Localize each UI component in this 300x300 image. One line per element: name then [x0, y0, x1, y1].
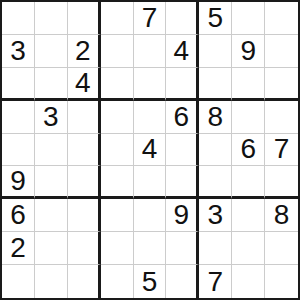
cell-r6c8[interactable]	[232, 166, 265, 199]
cell-r7c3[interactable]	[68, 199, 101, 232]
cell-r8c2[interactable]	[35, 232, 68, 265]
cell-r9c5[interactable]: 5	[134, 265, 167, 298]
cell-r7c7[interactable]: 3	[199, 199, 232, 232]
cell-r3c4[interactable]	[101, 68, 134, 101]
cell-r7c9[interactable]: 8	[265, 199, 298, 232]
cell-r7c4[interactable]	[101, 199, 134, 232]
cell-r3c1[interactable]	[2, 68, 35, 101]
cell-r6c9[interactable]	[265, 166, 298, 199]
cell-r9c3[interactable]	[68, 265, 101, 298]
cell-r6c5[interactable]	[134, 166, 167, 199]
cell-r6c2[interactable]	[35, 166, 68, 199]
cell-r5c2[interactable]	[35, 134, 68, 167]
cell-r5c8[interactable]: 6	[232, 134, 265, 167]
cell-r1c5[interactable]: 7	[134, 2, 167, 35]
cell-r8c5[interactable]	[134, 232, 167, 265]
cell-r5c4[interactable]	[101, 134, 134, 167]
cell-r9c1[interactable]	[2, 265, 35, 298]
cell-r4c4[interactable]	[101, 101, 134, 134]
cell-r2c4[interactable]	[101, 35, 134, 68]
cell-r4c3[interactable]	[68, 101, 101, 134]
cell-r7c1[interactable]: 6	[2, 199, 35, 232]
cell-r5c5[interactable]: 4	[134, 134, 167, 167]
cell-r6c3[interactable]	[68, 166, 101, 199]
cell-r1c2[interactable]	[35, 2, 68, 35]
cell-r3c3[interactable]: 4	[68, 68, 101, 101]
cell-r8c6[interactable]	[166, 232, 199, 265]
cell-r5c7[interactable]	[199, 134, 232, 167]
cell-r1c3[interactable]	[68, 2, 101, 35]
sudoku-board: 753249436846796938257	[0, 0, 300, 300]
cell-r3c6[interactable]	[166, 68, 199, 101]
cell-r1c4[interactable]	[101, 2, 134, 35]
cell-r9c4[interactable]	[101, 265, 134, 298]
cell-r1c1[interactable]	[2, 2, 35, 35]
cell-r4c8[interactable]	[232, 101, 265, 134]
cell-r8c1[interactable]: 2	[2, 232, 35, 265]
cell-r2c1[interactable]: 3	[2, 35, 35, 68]
cell-r8c8[interactable]	[232, 232, 265, 265]
cell-r4c7[interactable]: 8	[199, 101, 232, 134]
cell-r3c8[interactable]	[232, 68, 265, 101]
cell-r7c2[interactable]	[35, 199, 68, 232]
cell-r9c6[interactable]	[166, 265, 199, 298]
cell-r2c6[interactable]: 4	[166, 35, 199, 68]
cell-r2c2[interactable]	[35, 35, 68, 68]
cell-r7c5[interactable]	[134, 199, 167, 232]
cell-r3c5[interactable]	[134, 68, 167, 101]
cell-r7c6[interactable]: 9	[166, 199, 199, 232]
cell-r9c7[interactable]: 7	[199, 265, 232, 298]
cell-r2c9[interactable]	[265, 35, 298, 68]
cell-r9c2[interactable]	[35, 265, 68, 298]
cell-r3c7[interactable]	[199, 68, 232, 101]
cell-r2c3[interactable]: 2	[68, 35, 101, 68]
cell-r3c9[interactable]	[265, 68, 298, 101]
cell-r5c6[interactable]	[166, 134, 199, 167]
cell-r3c2[interactable]	[35, 68, 68, 101]
cell-r9c9[interactable]	[265, 265, 298, 298]
cell-r6c6[interactable]	[166, 166, 199, 199]
cell-r1c9[interactable]	[265, 2, 298, 35]
cell-r2c8[interactable]: 9	[232, 35, 265, 68]
cell-r8c3[interactable]	[68, 232, 101, 265]
cell-r8c4[interactable]	[101, 232, 134, 265]
cell-r4c5[interactable]	[134, 101, 167, 134]
cell-r6c4[interactable]	[101, 166, 134, 199]
cell-r4c9[interactable]	[265, 101, 298, 134]
cell-r8c7[interactable]	[199, 232, 232, 265]
cell-r6c1[interactable]: 9	[2, 166, 35, 199]
cell-r8c9[interactable]	[265, 232, 298, 265]
cell-r5c3[interactable]	[68, 134, 101, 167]
cell-r2c5[interactable]	[134, 35, 167, 68]
cell-r4c6[interactable]: 6	[166, 101, 199, 134]
cell-r4c1[interactable]	[2, 101, 35, 134]
cell-r1c8[interactable]	[232, 2, 265, 35]
cell-r1c6[interactable]	[166, 2, 199, 35]
cell-r7c8[interactable]	[232, 199, 265, 232]
cell-r2c7[interactable]	[199, 35, 232, 68]
cell-r6c7[interactable]	[199, 166, 232, 199]
cell-r5c9[interactable]: 7	[265, 134, 298, 167]
cell-r4c2[interactable]: 3	[35, 101, 68, 134]
cell-r1c7[interactable]: 5	[199, 2, 232, 35]
cell-r5c1[interactable]	[2, 134, 35, 167]
cell-r9c8[interactable]	[232, 265, 265, 298]
